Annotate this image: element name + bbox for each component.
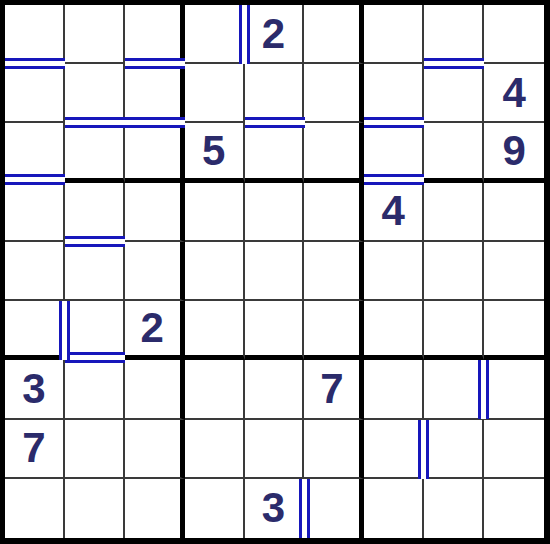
cell-r7c9[interactable] bbox=[484, 360, 544, 419]
cell-r7c3[interactable] bbox=[125, 360, 185, 419]
cell-r9c1[interactable] bbox=[5, 479, 65, 538]
cell-r5c5[interactable] bbox=[245, 242, 305, 301]
sudoku-grid: 2459423773 bbox=[5, 5, 544, 538]
cell-r3c6[interactable] bbox=[304, 123, 364, 182]
cell-r6c4[interactable] bbox=[185, 301, 245, 360]
cell-r8c1[interactable]: 7 bbox=[5, 420, 65, 479]
cell-r3c2[interactable] bbox=[65, 123, 125, 182]
cell-r2c2[interactable] bbox=[65, 64, 125, 123]
cell-r8c3[interactable] bbox=[125, 420, 185, 479]
cell-r5c8[interactable] bbox=[424, 242, 484, 301]
cell-r8c5[interactable] bbox=[245, 420, 305, 479]
cell-r6c2[interactable] bbox=[65, 301, 125, 360]
cell-r9c6[interactable] bbox=[304, 479, 364, 538]
cell-r4c5[interactable] bbox=[245, 183, 305, 242]
cell-r7c5[interactable] bbox=[245, 360, 305, 419]
cell-r4c6[interactable] bbox=[304, 183, 364, 242]
cell-r6c3[interactable]: 2 bbox=[125, 301, 185, 360]
cell-r3c8[interactable] bbox=[424, 123, 484, 182]
cell-r8c8[interactable] bbox=[424, 420, 484, 479]
cell-r7c2[interactable] bbox=[65, 360, 125, 419]
cell-r2c7[interactable] bbox=[364, 64, 424, 123]
cell-r1c9[interactable] bbox=[484, 5, 544, 64]
cell-r4c3[interactable] bbox=[125, 183, 185, 242]
cell-r8c7[interactable] bbox=[364, 420, 424, 479]
cell-r3c9[interactable]: 9 bbox=[484, 123, 544, 182]
consecutive-sudoku-board: 2459423773 bbox=[0, 0, 550, 544]
cell-r9c9[interactable] bbox=[484, 479, 544, 538]
cell-r3c3[interactable] bbox=[125, 123, 185, 182]
cell-r1c6[interactable] bbox=[304, 5, 364, 64]
cell-r8c4[interactable] bbox=[185, 420, 245, 479]
cell-r3c7[interactable] bbox=[364, 123, 424, 182]
cell-r9c3[interactable] bbox=[125, 479, 185, 538]
cell-r9c2[interactable] bbox=[65, 479, 125, 538]
cell-r2c6[interactable] bbox=[304, 64, 364, 123]
cell-r6c8[interactable] bbox=[424, 301, 484, 360]
cell-r5c6[interactable] bbox=[304, 242, 364, 301]
cell-r2c8[interactable] bbox=[424, 64, 484, 123]
cell-r5c1[interactable] bbox=[5, 242, 65, 301]
cell-r1c1[interactable] bbox=[5, 5, 65, 64]
cell-r1c4[interactable] bbox=[185, 5, 245, 64]
cell-r7c1[interactable]: 3 bbox=[5, 360, 65, 419]
cell-r2c9[interactable]: 4 bbox=[484, 64, 544, 123]
cell-r9c7[interactable] bbox=[364, 479, 424, 538]
cell-r6c9[interactable] bbox=[484, 301, 544, 360]
cell-r6c1[interactable] bbox=[5, 301, 65, 360]
cell-r3c4[interactable]: 5 bbox=[185, 123, 245, 182]
cell-r4c2[interactable] bbox=[65, 183, 125, 242]
cell-r8c2[interactable] bbox=[65, 420, 125, 479]
cell-r7c7[interactable] bbox=[364, 360, 424, 419]
cell-r2c1[interactable] bbox=[5, 64, 65, 123]
cell-r5c3[interactable] bbox=[125, 242, 185, 301]
cell-r1c8[interactable] bbox=[424, 5, 484, 64]
cell-r8c9[interactable] bbox=[484, 420, 544, 479]
cell-r9c5[interactable]: 3 bbox=[245, 479, 305, 538]
cell-r4c4[interactable] bbox=[185, 183, 245, 242]
cell-r5c9[interactable] bbox=[484, 242, 544, 301]
cell-r2c3[interactable] bbox=[125, 64, 185, 123]
cell-r7c4[interactable] bbox=[185, 360, 245, 419]
cell-r5c7[interactable] bbox=[364, 242, 424, 301]
cell-r1c3[interactable] bbox=[125, 5, 185, 64]
cell-r5c2[interactable] bbox=[65, 242, 125, 301]
cell-r6c5[interactable] bbox=[245, 301, 305, 360]
cell-r6c7[interactable] bbox=[364, 301, 424, 360]
cell-r7c8[interactable] bbox=[424, 360, 484, 419]
cell-r9c4[interactable] bbox=[185, 479, 245, 538]
cell-r5c4[interactable] bbox=[185, 242, 245, 301]
cell-r7c6[interactable]: 7 bbox=[304, 360, 364, 419]
cell-r1c7[interactable] bbox=[364, 5, 424, 64]
cell-r9c8[interactable] bbox=[424, 479, 484, 538]
cell-r3c1[interactable] bbox=[5, 123, 65, 182]
cell-r6c6[interactable] bbox=[304, 301, 364, 360]
cell-r8c6[interactable] bbox=[304, 420, 364, 479]
cell-r1c2[interactable] bbox=[65, 5, 125, 64]
cell-r4c9[interactable] bbox=[484, 183, 544, 242]
cell-r4c1[interactable] bbox=[5, 183, 65, 242]
cell-r2c5[interactable] bbox=[245, 64, 305, 123]
cell-r4c7[interactable]: 4 bbox=[364, 183, 424, 242]
cell-r2c4[interactable] bbox=[185, 64, 245, 123]
cell-r3c5[interactable] bbox=[245, 123, 305, 182]
cell-r1c5[interactable]: 2 bbox=[245, 5, 305, 64]
cell-r4c8[interactable] bbox=[424, 183, 484, 242]
